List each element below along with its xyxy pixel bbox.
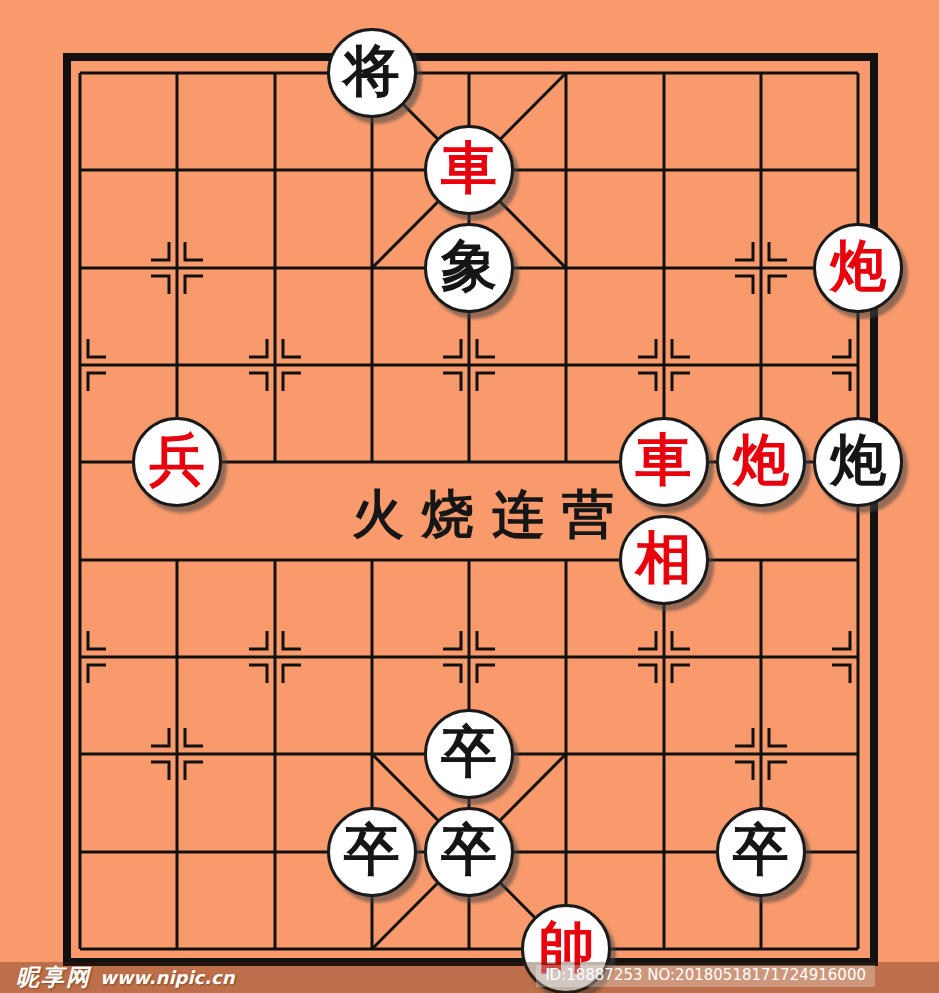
piece-glyph: 炮: [733, 431, 789, 487]
piece-glyph: 将: [344, 42, 400, 98]
piece-black-elephant[interactable]: 象: [424, 223, 514, 313]
piece-glyph: 卒: [344, 821, 400, 877]
piece-glyph: 車: [441, 139, 497, 195]
site-url: www.nipic.cn: [100, 967, 235, 988]
piece-black-general[interactable]: 将: [327, 28, 417, 118]
piece-glyph: 相: [636, 529, 692, 585]
piece-glyph: 卒: [733, 821, 789, 877]
xiangqi-diagram: 火烧连营 将車象炮兵車炮炮相卒卒卒卒帥 昵享网 www.nipic.cn ID:…: [0, 0, 939, 993]
site-name: 昵享网: [16, 962, 91, 993]
piece-black-soldier-4[interactable]: 卒: [716, 807, 806, 897]
watermark-bar: 昵享网 www.nipic.cn ID:18887253 NO:20180518…: [0, 962, 939, 993]
piece-red-chariot-2[interactable]: 車: [619, 417, 709, 507]
image-id: ID:18887253 NO:20180518171724916000: [536, 965, 875, 987]
piece-black-soldier-2[interactable]: 卒: [327, 807, 417, 897]
piece-glyph: 炮: [830, 237, 886, 293]
piece-red-elephant[interactable]: 相: [619, 515, 709, 605]
piece-red-cannon-1[interactable]: 炮: [813, 223, 903, 313]
piece-black-soldier-3[interactable]: 卒: [424, 807, 514, 897]
watermark: 昵享网 www.nipic.cn: [16, 962, 235, 993]
piece-glyph: 兵: [149, 431, 205, 487]
piece-red-chariot-1[interactable]: 車: [424, 125, 514, 215]
piece-red-soldier[interactable]: 兵: [132, 417, 222, 507]
piece-red-cannon-2[interactable]: 炮: [716, 417, 806, 507]
piece-glyph: 卒: [441, 723, 497, 779]
piece-grid: 将車象炮兵車炮炮相卒卒卒卒帥: [31, 24, 906, 993]
piece-glyph: 象: [441, 237, 497, 293]
piece-glyph: 車: [636, 431, 692, 487]
piece-glyph: 炮: [830, 431, 886, 487]
piece-black-cannon[interactable]: 炮: [813, 417, 903, 507]
piece-glyph: 卒: [441, 821, 497, 877]
piece-black-soldier-1[interactable]: 卒: [424, 709, 514, 799]
